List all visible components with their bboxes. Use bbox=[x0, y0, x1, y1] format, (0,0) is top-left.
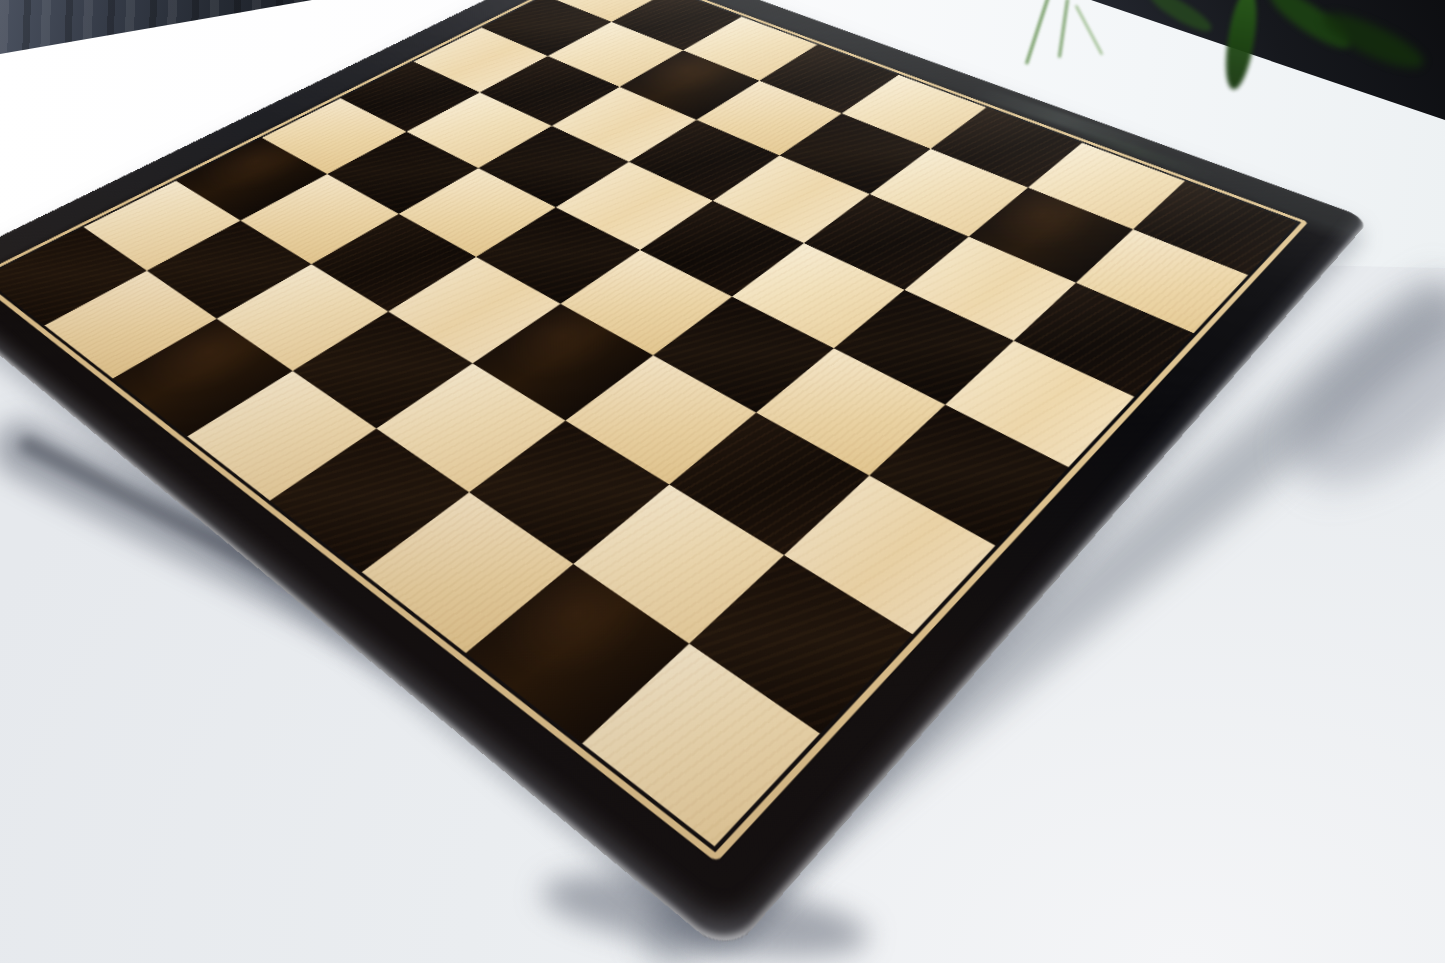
board-perspective-wrapper bbox=[102, 0, 1178, 788]
chess-board bbox=[0, 0, 1371, 956]
board-grid bbox=[0, 0, 1297, 846]
board-tilt-wrapper bbox=[0, 0, 1445, 963]
scene bbox=[0, 0, 1445, 963]
